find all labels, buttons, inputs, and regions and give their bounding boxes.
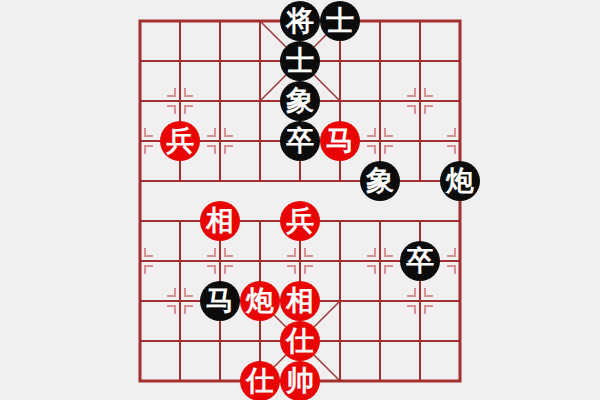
- red-advisor[interactable]: 仕: [240, 361, 280, 400]
- black-advisor[interactable]: 士: [320, 1, 360, 41]
- red-soldier[interactable]: 兵: [280, 201, 320, 241]
- red-horse[interactable]: 马: [320, 121, 360, 161]
- xiangqi-app: 将士士象卒象炮卒马兵马相兵炮相仕仕帅: [0, 0, 600, 400]
- red-elephant[interactable]: 相: [200, 201, 240, 241]
- red-general[interactable]: 帅: [280, 361, 320, 400]
- black-general[interactable]: 将: [280, 1, 320, 41]
- black-horse[interactable]: 马: [200, 281, 240, 321]
- red-cannon[interactable]: 炮: [240, 281, 280, 321]
- red-advisor[interactable]: 仕: [280, 321, 320, 361]
- black-elephant[interactable]: 象: [360, 161, 400, 201]
- black-advisor[interactable]: 士: [280, 41, 320, 81]
- black-soldier[interactable]: 卒: [400, 241, 440, 281]
- xiangqi-board[interactable]: 将士士象卒象炮卒马兵马相兵炮相仕仕帅: [0, 0, 600, 400]
- red-soldier[interactable]: 兵: [160, 121, 200, 161]
- red-elephant[interactable]: 相: [280, 281, 320, 321]
- black-soldier[interactable]: 卒: [280, 121, 320, 161]
- black-elephant[interactable]: 象: [280, 81, 320, 121]
- black-cannon[interactable]: 炮: [440, 161, 480, 201]
- pieces-layer: 将士士象卒象炮卒马兵马相兵炮相仕仕帅: [120, 1, 480, 400]
